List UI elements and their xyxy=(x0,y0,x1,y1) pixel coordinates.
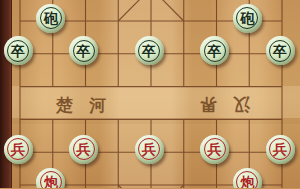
piece-glyph: 兵 xyxy=(200,135,229,164)
piece-black-soldier-c3[interactable]: 卒 xyxy=(69,36,98,65)
piece-glyph: 炮 xyxy=(233,168,262,189)
piece-red-soldier-a6[interactable]: 兵 xyxy=(4,135,33,164)
piece-glyph: 兵 xyxy=(266,135,295,164)
piece-glyph: 炮 xyxy=(36,168,65,189)
piece-glyph: 兵 xyxy=(69,135,98,164)
piece-glyph: 卒 xyxy=(135,36,164,65)
piece-black-soldier-a3[interactable]: 卒 xyxy=(4,36,33,65)
piece-black-cannon-b2[interactable]: 砲 xyxy=(36,4,65,33)
piece-glyph: 砲 xyxy=(233,4,262,33)
piece-red-soldier-c6[interactable]: 兵 xyxy=(69,135,98,164)
river-label-right: 汉界 xyxy=(184,94,250,116)
piece-glyph: 卒 xyxy=(69,36,98,65)
piece-glyph: 兵 xyxy=(135,135,164,164)
piece-black-soldier-e3[interactable]: 卒 xyxy=(135,36,164,65)
piece-glyph: 卒 xyxy=(200,36,229,65)
piece-red-cannon-b7[interactable]: 炮 xyxy=(36,168,65,189)
piece-black-soldier-g3[interactable]: 卒 xyxy=(200,36,229,65)
piece-red-cannon-h7[interactable]: 炮 xyxy=(233,168,262,189)
piece-red-soldier-g6[interactable]: 兵 xyxy=(200,135,229,164)
piece-red-soldier-i6[interactable]: 兵 xyxy=(266,135,295,164)
piece-black-cannon-h2[interactable]: 砲 xyxy=(233,4,262,33)
piece-glyph: 卒 xyxy=(266,36,295,65)
piece-glyph: 卒 xyxy=(4,36,33,65)
river-label-left: 楚河 xyxy=(56,94,122,116)
xiangqi-board[interactable]: 楚河 汉界 砲砲卒卒卒卒卒兵兵兵兵兵炮炮 xyxy=(0,0,300,188)
piece-glyph: 砲 xyxy=(36,4,65,33)
piece-glyph: 兵 xyxy=(4,135,33,164)
piece-black-soldier-i3[interactable]: 卒 xyxy=(266,36,295,65)
piece-red-soldier-e6[interactable]: 兵 xyxy=(135,135,164,164)
